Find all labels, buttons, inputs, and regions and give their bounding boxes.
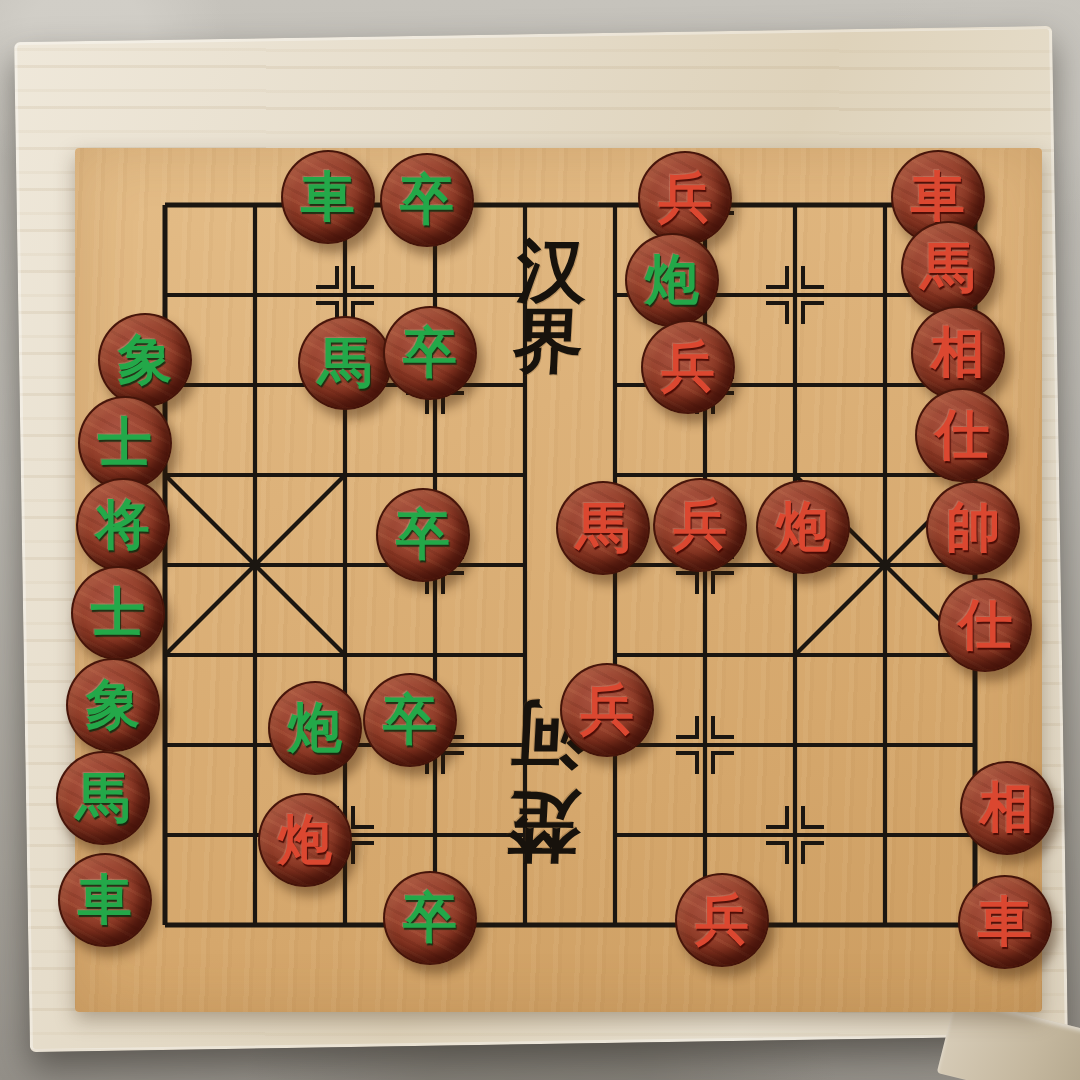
piece-character: 炮: [278, 813, 332, 867]
piece-green-cannon[interactable]: 炮: [268, 681, 362, 775]
piece-green-chariot[interactable]: 車: [58, 853, 152, 947]
piece-character: 帥: [946, 501, 1000, 555]
piece-character: 象: [118, 333, 172, 387]
piece-character: 兵: [580, 683, 634, 737]
piece-character: 卒: [383, 693, 437, 747]
piece-character: 車: [301, 170, 355, 224]
piece-character: 将: [96, 498, 150, 552]
piece-character: 卒: [396, 508, 450, 562]
piece-red-advisor[interactable]: 仕: [938, 578, 1032, 672]
piece-character: 仕: [958, 598, 1012, 652]
piece-red-advisor[interactable]: 仕: [915, 388, 1009, 482]
piece-red-chariot[interactable]: 車: [958, 875, 1052, 969]
piece-character: 車: [978, 895, 1032, 949]
piece-green-advisor[interactable]: 士: [71, 566, 165, 660]
piece-character: 兵: [658, 171, 712, 225]
piece-character: 馬: [318, 336, 372, 390]
piece-red-elephant[interactable]: 相: [960, 761, 1054, 855]
piece-red-horse[interactable]: 馬: [901, 221, 995, 315]
piece-green-horse[interactable]: 馬: [56, 751, 150, 845]
piece-character: 馬: [921, 241, 975, 295]
piece-red-general[interactable]: 帥: [926, 481, 1020, 575]
piece-red-elephant[interactable]: 相: [911, 306, 1005, 400]
piece-character: 士: [91, 586, 145, 640]
piece-green-soldier[interactable]: 卒: [376, 488, 470, 582]
piece-red-horse[interactable]: 馬: [556, 481, 650, 575]
river-label-han-jie: 汉界: [505, 236, 594, 376]
piece-character: 炮: [645, 253, 699, 307]
piece-character: 馬: [576, 501, 630, 555]
piece-character: 馬: [76, 771, 130, 825]
piece-red-cannon[interactable]: 炮: [258, 793, 352, 887]
piece-red-soldier[interactable]: 兵: [641, 320, 735, 414]
piece-character: 車: [78, 873, 132, 927]
piece-red-soldier[interactable]: 兵: [638, 151, 732, 245]
piece-character: 車: [911, 170, 965, 224]
piece-character: 兵: [695, 893, 749, 947]
piece-red-soldier[interactable]: 兵: [653, 478, 747, 572]
piece-character: 士: [98, 416, 152, 470]
piece-green-soldier[interactable]: 卒: [383, 871, 477, 965]
piece-character: 卒: [403, 326, 457, 380]
piece-green-soldier[interactable]: 卒: [383, 306, 477, 400]
piece-green-chariot[interactable]: 車: [281, 150, 375, 244]
piece-character: 兵: [673, 498, 727, 552]
piece-character: 炮: [288, 701, 342, 755]
piece-red-soldier[interactable]: 兵: [560, 663, 654, 757]
piece-green-soldier[interactable]: 卒: [363, 673, 457, 767]
piece-character: 炮: [776, 500, 830, 554]
piece-green-cannon[interactable]: 炮: [625, 233, 719, 327]
piece-green-elephant[interactable]: 象: [98, 313, 192, 407]
piece-character: 卒: [403, 891, 457, 945]
piece-red-soldier[interactable]: 兵: [675, 873, 769, 967]
piece-character: 象: [86, 678, 140, 732]
piece-character: 仕: [935, 408, 989, 462]
piece-character: 相: [931, 326, 985, 380]
piece-red-cannon[interactable]: 炮: [756, 480, 850, 574]
piece-character: 卒: [400, 173, 454, 227]
piece-character: 相: [980, 781, 1034, 835]
photo-scene: 汉界 楚河 車卒炮象馬卒士将卒士象炮卒馬車卒兵車馬相兵仕馬兵炮帥仕兵相炮兵車: [0, 0, 1080, 1080]
piece-green-horse[interactable]: 馬: [298, 316, 392, 410]
piece-green-general[interactable]: 将: [76, 478, 170, 572]
piece-green-soldier[interactable]: 卒: [380, 153, 474, 247]
piece-green-elephant[interactable]: 象: [66, 658, 160, 752]
piece-character: 兵: [661, 340, 715, 394]
piece-green-advisor[interactable]: 士: [78, 396, 172, 490]
